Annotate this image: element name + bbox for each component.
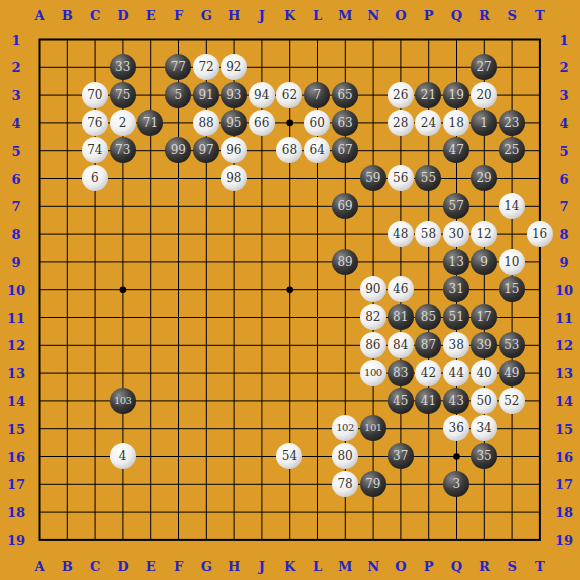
stone-number: 68 <box>282 144 297 156</box>
row-label-left-5: 5 <box>11 144 20 157</box>
stone-O3-move-26[interactable]: 26 <box>388 82 414 108</box>
stone-number: 57 <box>449 200 464 212</box>
stone-R12-move-39[interactable]: 39 <box>471 332 497 358</box>
stone-H3-move-93[interactable]: 93 <box>221 82 247 108</box>
stone-P6-move-55[interactable]: 55 <box>415 165 441 191</box>
row-label-left-11: 11 <box>7 311 25 324</box>
stone-number: 4 <box>119 450 127 462</box>
stone-N17-move-79[interactable]: 79 <box>360 471 386 497</box>
stone-R8-move-12[interactable]: 12 <box>471 221 497 247</box>
row-label-right-19: 19 <box>555 533 573 546</box>
stone-number: 9 <box>480 256 488 268</box>
row-label-left-17: 17 <box>7 478 25 491</box>
row-label-left-15: 15 <box>7 422 25 435</box>
stone-number: 103 <box>114 396 132 406</box>
go-board[interactable]: 1234567910121314151617181920212324252627… <box>0 0 580 580</box>
stone-S10-move-15[interactable]: 15 <box>499 276 525 302</box>
stone-number: 82 <box>365 311 380 323</box>
stone-number: 69 <box>337 200 352 212</box>
stone-D3-move-75[interactable]: 75 <box>110 82 136 108</box>
stone-M17-move-78[interactable]: 78 <box>332 471 358 497</box>
stone-number: 64 <box>310 144 325 156</box>
stone-number: 60 <box>310 117 325 129</box>
col-label-bottom-B: B <box>62 560 73 573</box>
stone-number: 80 <box>337 450 352 462</box>
stone-number: 19 <box>449 89 464 101</box>
stone-number: 56 <box>393 172 408 184</box>
stone-number: 59 <box>365 172 380 184</box>
stone-P11-move-85[interactable]: 85 <box>415 304 441 330</box>
stone-number: 34 <box>476 422 491 434</box>
stone-number: 24 <box>421 117 436 129</box>
stone-G4-move-88[interactable]: 88 <box>193 110 219 136</box>
row-label-left-12: 12 <box>7 339 25 352</box>
stone-R15-move-34[interactable]: 34 <box>471 415 497 441</box>
col-label-top-Q: Q <box>451 9 462 22</box>
stone-number: 74 <box>87 144 102 156</box>
stone-S12-move-53[interactable]: 53 <box>499 332 525 358</box>
stone-L3-move-7[interactable]: 7 <box>304 82 330 108</box>
stone-H5-move-96[interactable]: 96 <box>221 137 247 163</box>
stone-O11-move-81[interactable]: 81 <box>388 304 414 330</box>
stone-R14-move-50[interactable]: 50 <box>471 388 497 414</box>
stone-number: 6 <box>91 172 99 184</box>
stone-C3-move-70[interactable]: 70 <box>82 82 108 108</box>
stone-R2-move-27[interactable]: 27 <box>471 54 497 80</box>
col-label-top-P: P <box>424 9 434 22</box>
stone-Q5-move-47[interactable]: 47 <box>443 137 469 163</box>
stone-P4-move-24[interactable]: 24 <box>415 110 441 136</box>
stone-number: 5 <box>174 89 182 101</box>
stone-number: 67 <box>337 144 352 156</box>
stone-M16-move-80[interactable]: 80 <box>332 443 358 469</box>
stone-number: 98 <box>226 172 241 184</box>
stone-number: 14 <box>504 200 519 212</box>
stone-number: 92 <box>226 61 241 73</box>
col-label-top-D: D <box>117 9 128 22</box>
stone-number: 31 <box>449 283 464 295</box>
stone-N6-move-59[interactable]: 59 <box>360 165 386 191</box>
stone-C4-move-76[interactable]: 76 <box>82 110 108 136</box>
stone-Q14-move-43[interactable]: 43 <box>443 388 469 414</box>
stone-number: 21 <box>421 89 436 101</box>
stone-N11-move-82[interactable]: 82 <box>360 304 386 330</box>
stone-O8-move-48[interactable]: 48 <box>388 221 414 247</box>
stone-P13-move-42[interactable]: 42 <box>415 360 441 386</box>
stone-Q7-move-57[interactable]: 57 <box>443 193 469 219</box>
stone-number: 55 <box>421 172 436 184</box>
col-label-top-B: B <box>62 9 73 22</box>
col-label-bottom-S: S <box>507 560 516 573</box>
stone-O4-move-28[interactable]: 28 <box>388 110 414 136</box>
stone-number: 78 <box>337 478 352 490</box>
stone-number: 46 <box>393 283 408 295</box>
stone-D16-move-4[interactable]: 4 <box>110 443 136 469</box>
stone-number: 37 <box>393 450 408 462</box>
stone-number: 2 <box>119 117 127 129</box>
stone-G5-move-97[interactable]: 97 <box>193 137 219 163</box>
col-label-top-A: A <box>34 9 44 22</box>
stone-number: 16 <box>532 228 547 240</box>
stone-number: 101 <box>364 423 382 433</box>
row-label-right-3: 3 <box>559 89 568 102</box>
stone-number: 96 <box>226 144 241 156</box>
row-label-left-4: 4 <box>11 116 20 129</box>
stone-Q3-move-19[interactable]: 19 <box>443 82 469 108</box>
row-label-right-1: 1 <box>559 33 568 46</box>
row-label-left-1: 1 <box>11 33 20 46</box>
col-label-bottom-H: H <box>228 560 240 573</box>
stone-number: 91 <box>198 89 213 101</box>
col-label-top-F: F <box>174 9 183 22</box>
stone-R13-move-40[interactable]: 40 <box>471 360 497 386</box>
stone-number: 73 <box>115 144 130 156</box>
stone-number: 27 <box>476 61 491 73</box>
row-label-left-10: 10 <box>7 283 25 296</box>
stone-number: 40 <box>476 367 491 379</box>
stone-J4-move-66[interactable]: 66 <box>249 110 275 136</box>
stone-number: 49 <box>504 367 519 379</box>
stone-number: 1 <box>480 117 488 129</box>
stone-H4-move-95[interactable]: 95 <box>221 110 247 136</box>
stone-K3-move-62[interactable]: 62 <box>276 82 302 108</box>
row-label-right-4: 4 <box>559 116 568 129</box>
stone-T8-move-16[interactable]: 16 <box>527 221 553 247</box>
stone-R4-move-1[interactable]: 1 <box>471 110 497 136</box>
row-label-left-14: 14 <box>7 394 25 407</box>
stone-number: 35 <box>476 450 491 462</box>
stone-Q8-move-30[interactable]: 30 <box>443 221 469 247</box>
col-label-bottom-F: F <box>174 560 183 573</box>
row-label-left-8: 8 <box>11 228 20 241</box>
stone-F2-move-77[interactable]: 77 <box>165 54 191 80</box>
row-label-right-12: 12 <box>555 339 573 352</box>
stone-Q17-move-3[interactable]: 3 <box>443 471 469 497</box>
stone-number: 25 <box>504 144 519 156</box>
stone-D14-move-103[interactable]: 103 <box>110 388 136 414</box>
stone-N13-move-100[interactable]: 100 <box>360 360 386 386</box>
stone-S7-move-14[interactable]: 14 <box>499 193 525 219</box>
col-label-bottom-N: N <box>367 560 379 573</box>
row-label-left-7: 7 <box>11 200 20 213</box>
stone-O13-move-83[interactable]: 83 <box>388 360 414 386</box>
stone-number: 50 <box>476 395 491 407</box>
stone-S13-move-49[interactable]: 49 <box>499 360 525 386</box>
stone-P8-move-58[interactable]: 58 <box>415 221 441 247</box>
col-label-bottom-P: P <box>424 560 434 573</box>
stone-number: 71 <box>143 117 158 129</box>
row-label-right-11: 11 <box>555 311 573 324</box>
stone-C6-move-6[interactable]: 6 <box>82 165 108 191</box>
stone-S9-move-10[interactable]: 10 <box>499 249 525 275</box>
stone-F5-move-99[interactable]: 99 <box>165 137 191 163</box>
stone-S14-move-52[interactable]: 52 <box>499 388 525 414</box>
col-label-bottom-R: R <box>479 560 490 573</box>
stone-number: 76 <box>87 117 102 129</box>
stone-number: 58 <box>421 228 436 240</box>
row-label-left-3: 3 <box>11 89 20 102</box>
stone-Q4-move-18[interactable]: 18 <box>443 110 469 136</box>
stone-P3-move-21[interactable]: 21 <box>415 82 441 108</box>
row-label-right-2: 2 <box>559 61 568 74</box>
row-label-left-9: 9 <box>11 255 20 268</box>
stone-S5-move-25[interactable]: 25 <box>499 137 525 163</box>
stone-E4-move-71[interactable]: 71 <box>137 110 163 136</box>
stone-S4-move-23[interactable]: 23 <box>499 110 525 136</box>
stone-L5-move-64[interactable]: 64 <box>304 137 330 163</box>
stone-N12-move-86[interactable]: 86 <box>360 332 386 358</box>
stone-number: 53 <box>504 339 519 351</box>
stone-number: 23 <box>504 117 519 129</box>
stone-number: 13 <box>449 256 464 268</box>
col-label-top-L: L <box>313 9 322 22</box>
stone-K16-move-54[interactable]: 54 <box>276 443 302 469</box>
row-label-left-6: 6 <box>11 172 20 185</box>
stone-R3-move-20[interactable]: 20 <box>471 82 497 108</box>
stone-G2-move-72[interactable]: 72 <box>193 54 219 80</box>
stone-H2-move-92[interactable]: 92 <box>221 54 247 80</box>
col-label-top-R: R <box>479 9 490 22</box>
stone-number: 12 <box>476 228 491 240</box>
col-label-bottom-O: O <box>395 560 406 573</box>
col-label-top-H: H <box>228 9 240 22</box>
stone-number: 102 <box>336 423 354 433</box>
col-label-top-T: T <box>535 9 545 22</box>
stone-number: 20 <box>476 89 491 101</box>
stone-number: 94 <box>254 89 269 101</box>
col-label-top-J: J <box>259 9 265 22</box>
stone-D2-move-33[interactable]: 33 <box>110 54 136 80</box>
stone-number: 63 <box>337 117 352 129</box>
stone-number: 95 <box>226 117 241 129</box>
row-label-right-18: 18 <box>555 506 573 519</box>
stone-D5-move-73[interactable]: 73 <box>110 137 136 163</box>
col-label-bottom-Q: Q <box>451 560 462 573</box>
stone-O12-move-84[interactable]: 84 <box>388 332 414 358</box>
stone-O10-move-46[interactable]: 46 <box>388 276 414 302</box>
col-label-bottom-C: C <box>90 560 100 573</box>
stone-number: 17 <box>476 311 491 323</box>
stone-number: 48 <box>393 228 408 240</box>
stone-number: 87 <box>421 339 436 351</box>
col-label-top-N: N <box>367 9 379 22</box>
stone-L4-move-60[interactable]: 60 <box>304 110 330 136</box>
stone-number: 33 <box>115 61 130 73</box>
row-label-right-8: 8 <box>559 228 568 241</box>
row-label-left-2: 2 <box>11 61 20 74</box>
row-label-right-17: 17 <box>555 478 573 491</box>
row-label-left-13: 13 <box>7 367 25 380</box>
stone-number: 51 <box>449 311 464 323</box>
stone-number: 10 <box>504 256 519 268</box>
col-label-bottom-E: E <box>146 560 156 573</box>
stone-R9-move-9[interactable]: 9 <box>471 249 497 275</box>
stone-P12-move-87[interactable]: 87 <box>415 332 441 358</box>
stone-number: 18 <box>449 117 464 129</box>
row-label-right-9: 9 <box>559 255 568 268</box>
stone-number: 65 <box>337 89 352 101</box>
stone-number: 54 <box>282 450 297 462</box>
stone-J3-move-94[interactable]: 94 <box>249 82 275 108</box>
stone-O14-move-45[interactable]: 45 <box>388 388 414 414</box>
stone-K5-move-68[interactable]: 68 <box>276 137 302 163</box>
stone-C5-move-74[interactable]: 74 <box>82 137 108 163</box>
stone-number: 77 <box>171 61 186 73</box>
stone-Q10-move-31[interactable]: 31 <box>443 276 469 302</box>
row-label-left-16: 16 <box>7 450 25 463</box>
stone-number: 15 <box>504 283 519 295</box>
stone-number: 29 <box>476 172 491 184</box>
row-label-right-15: 15 <box>555 422 573 435</box>
stone-number: 66 <box>254 117 269 129</box>
stone-R16-move-35[interactable]: 35 <box>471 443 497 469</box>
stone-M7-move-69[interactable]: 69 <box>332 193 358 219</box>
col-label-top-G: G <box>201 9 212 22</box>
stone-R6-move-29[interactable]: 29 <box>471 165 497 191</box>
stone-number: 89 <box>337 256 352 268</box>
col-label-top-O: O <box>395 9 406 22</box>
col-label-top-E: E <box>146 9 156 22</box>
stone-number: 70 <box>87 89 102 101</box>
stone-Q9-move-13[interactable]: 13 <box>443 249 469 275</box>
col-label-bottom-L: L <box>313 560 322 573</box>
stone-M4-move-63[interactable]: 63 <box>332 110 358 136</box>
col-label-bottom-J: J <box>259 560 265 573</box>
stone-number: 100 <box>364 368 382 378</box>
col-label-top-C: C <box>90 9 100 22</box>
row-label-right-5: 5 <box>559 144 568 157</box>
stone-M9-move-89[interactable]: 89 <box>332 249 358 275</box>
stone-O16-move-37[interactable]: 37 <box>388 443 414 469</box>
stone-number: 93 <box>226 89 241 101</box>
row-label-left-18: 18 <box>7 506 25 519</box>
stone-H6-move-98[interactable]: 98 <box>221 165 247 191</box>
stone-number: 97 <box>198 144 213 156</box>
stones-layer: 1234567910121314151617181920212324252627… <box>25 25 553 553</box>
col-label-bottom-K: K <box>284 560 295 573</box>
stone-number: 47 <box>449 144 464 156</box>
col-label-bottom-M: M <box>338 560 352 573</box>
stone-G3-move-91[interactable]: 91 <box>193 82 219 108</box>
col-label-bottom-D: D <box>117 560 128 573</box>
stone-F3-move-5[interactable]: 5 <box>165 82 191 108</box>
stone-number: 99 <box>171 144 186 156</box>
stone-Q12-move-38[interactable]: 38 <box>443 332 469 358</box>
stone-number: 45 <box>393 395 408 407</box>
row-label-right-6: 6 <box>559 172 568 185</box>
stone-number: 7 <box>313 89 321 101</box>
stone-number: 79 <box>365 478 380 490</box>
stone-M15-move-102[interactable]: 102 <box>332 415 358 441</box>
row-label-right-10: 10 <box>555 283 573 296</box>
stone-number: 42 <box>421 367 436 379</box>
stone-number: 86 <box>365 339 380 351</box>
row-label-left-19: 19 <box>7 533 25 546</box>
stone-P14-move-41[interactable]: 41 <box>415 388 441 414</box>
stone-number: 84 <box>393 339 408 351</box>
stone-N10-move-90[interactable]: 90 <box>360 276 386 302</box>
col-label-bottom-G: G <box>201 560 212 573</box>
stone-number: 90 <box>365 283 380 295</box>
stone-number: 28 <box>393 117 408 129</box>
stone-number: 3 <box>452 478 460 490</box>
stone-R11-move-17[interactable]: 17 <box>471 304 497 330</box>
col-label-bottom-T: T <box>535 560 545 573</box>
stone-number: 39 <box>476 339 491 351</box>
stone-number: 88 <box>198 117 213 129</box>
stone-M5-move-67[interactable]: 67 <box>332 137 358 163</box>
stone-number: 62 <box>282 89 297 101</box>
stone-number: 30 <box>449 228 464 240</box>
row-label-right-16: 16 <box>555 450 573 463</box>
stone-number: 72 <box>198 61 213 73</box>
stone-number: 44 <box>449 367 464 379</box>
stone-number: 41 <box>421 395 436 407</box>
row-label-right-13: 13 <box>555 367 573 380</box>
stone-number: 43 <box>449 395 464 407</box>
row-label-right-14: 14 <box>555 394 573 407</box>
stone-O6-move-56[interactable]: 56 <box>388 165 414 191</box>
stone-Q11-move-51[interactable]: 51 <box>443 304 469 330</box>
col-label-top-M: M <box>338 9 352 22</box>
stone-N15-move-101[interactable]: 101 <box>360 415 386 441</box>
stone-number: 52 <box>504 395 519 407</box>
stone-number: 83 <box>393 367 408 379</box>
stone-number: 81 <box>393 311 408 323</box>
row-label-right-7: 7 <box>559 200 568 213</box>
col-label-bottom-A: A <box>34 560 44 573</box>
stone-D4-move-2[interactable]: 2 <box>110 110 136 136</box>
stone-number: 38 <box>449 339 464 351</box>
stone-Q15-move-36[interactable]: 36 <box>443 415 469 441</box>
col-label-top-S: S <box>507 9 516 22</box>
col-label-top-K: K <box>284 9 295 22</box>
stone-M3-move-65[interactable]: 65 <box>332 82 358 108</box>
stone-number: 26 <box>393 89 408 101</box>
stone-number: 75 <box>115 89 130 101</box>
stone-number: 85 <box>421 311 436 323</box>
stone-Q13-move-44[interactable]: 44 <box>443 360 469 386</box>
stone-number: 36 <box>449 422 464 434</box>
